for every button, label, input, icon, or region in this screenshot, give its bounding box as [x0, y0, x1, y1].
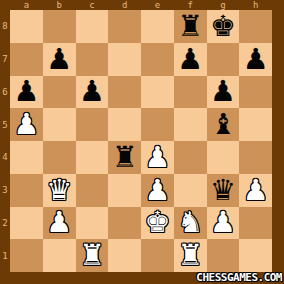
rank-label-2: 2 — [0, 207, 10, 240]
black-king: ♚ — [210, 12, 236, 41]
square-a1[interactable] — [10, 239, 43, 272]
square-e8[interactable] — [141, 10, 174, 43]
square-c6[interactable]: ♟ — [76, 76, 109, 109]
white-pawn: ♟ — [144, 176, 170, 205]
square-g7[interactable] — [207, 43, 240, 76]
square-e7[interactable] — [141, 43, 174, 76]
black-pawn: ♟ — [210, 77, 236, 106]
square-f4[interactable] — [174, 141, 207, 174]
square-c1[interactable]: ♜ — [76, 239, 109, 272]
file-label-c: c — [76, 0, 109, 10]
white-king: ♚ — [144, 208, 170, 237]
square-a7[interactable] — [10, 43, 43, 76]
square-e5[interactable] — [141, 108, 174, 141]
square-g4[interactable] — [207, 141, 240, 174]
square-g8[interactable]: ♚ — [207, 10, 240, 43]
rank-label-6: 6 — [0, 76, 10, 109]
square-a5[interactable]: ♟ — [10, 108, 43, 141]
white-pawn: ♟ — [46, 208, 72, 237]
white-pawn: ♟ — [243, 176, 269, 205]
square-h7[interactable]: ♟ — [239, 43, 272, 76]
square-d8[interactable] — [108, 10, 141, 43]
black-pawn: ♟ — [46, 45, 72, 74]
square-e4[interactable]: ♟ — [141, 141, 174, 174]
square-d6[interactable] — [108, 76, 141, 109]
square-h5[interactable] — [239, 108, 272, 141]
rank-label-3: 3 — [0, 174, 10, 207]
rank-label-8: 8 — [0, 10, 10, 43]
white-pawn: ♟ — [13, 110, 39, 139]
square-b5[interactable] — [43, 108, 76, 141]
square-c3[interactable] — [76, 174, 109, 207]
white-pawn: ♟ — [210, 208, 236, 237]
file-label-b: b — [43, 0, 76, 10]
square-f6[interactable] — [174, 76, 207, 109]
white-knight: ♞ — [177, 208, 203, 237]
square-d2[interactable] — [108, 207, 141, 240]
square-a6[interactable]: ♟ — [10, 76, 43, 109]
square-d4[interactable]: ♜ — [108, 141, 141, 174]
square-e3[interactable]: ♟ — [141, 174, 174, 207]
white-rook: ♜ — [79, 241, 105, 270]
black-rook: ♜ — [177, 12, 203, 41]
square-c2[interactable] — [76, 207, 109, 240]
black-pawn: ♟ — [79, 77, 105, 106]
square-d5[interactable] — [108, 108, 141, 141]
square-e1[interactable] — [141, 239, 174, 272]
rank-labels: 87654321 — [0, 10, 10, 272]
square-d1[interactable] — [108, 239, 141, 272]
white-pawn: ♟ — [144, 143, 170, 172]
square-a3[interactable] — [10, 174, 43, 207]
square-f7[interactable]: ♟ — [174, 43, 207, 76]
square-b4[interactable] — [43, 141, 76, 174]
square-a4[interactable] — [10, 141, 43, 174]
square-d7[interactable] — [108, 43, 141, 76]
rank-label-5: 5 — [0, 108, 10, 141]
square-b8[interactable] — [43, 10, 76, 43]
file-label-e: e — [141, 0, 174, 10]
square-h6[interactable] — [239, 76, 272, 109]
square-e6[interactable] — [141, 76, 174, 109]
chessboard-frame: abcdefgh 87654321 ♜♚♟♟♟♟♟♟♟♝♜♟♛♟♛♟♟♚♞♟♜♜… — [0, 0, 284, 284]
square-c7[interactable] — [76, 43, 109, 76]
square-b6[interactable] — [43, 76, 76, 109]
square-g2[interactable]: ♟ — [207, 207, 240, 240]
square-b3[interactable]: ♛ — [43, 174, 76, 207]
square-e2[interactable]: ♚ — [141, 207, 174, 240]
square-f5[interactable] — [174, 108, 207, 141]
square-a8[interactable] — [10, 10, 43, 43]
file-label-a: a — [10, 0, 43, 10]
square-g6[interactable]: ♟ — [207, 76, 240, 109]
file-label-d: d — [108, 0, 141, 10]
black-rook: ♜ — [112, 143, 138, 172]
white-rook: ♜ — [177, 241, 203, 270]
black-pawn: ♟ — [13, 77, 39, 106]
square-b2[interactable]: ♟ — [43, 207, 76, 240]
black-queen: ♛ — [210, 176, 236, 205]
square-f8[interactable]: ♜ — [174, 10, 207, 43]
site-credit: CHESSGAMES.COM — [196, 272, 282, 284]
rank-label-7: 7 — [0, 43, 10, 76]
square-f2[interactable]: ♞ — [174, 207, 207, 240]
black-pawn: ♟ — [177, 45, 203, 74]
black-pawn: ♟ — [243, 45, 269, 74]
square-g5[interactable]: ♝ — [207, 108, 240, 141]
square-g3[interactable]: ♛ — [207, 174, 240, 207]
square-a2[interactable] — [10, 207, 43, 240]
square-d3[interactable] — [108, 174, 141, 207]
square-c4[interactable] — [76, 141, 109, 174]
black-bishop: ♝ — [210, 110, 236, 139]
rank-label-1: 1 — [0, 239, 10, 272]
square-h4[interactable] — [239, 141, 272, 174]
square-h2[interactable] — [239, 207, 272, 240]
white-queen: ♛ — [46, 176, 72, 205]
rank-label-4: 4 — [0, 141, 10, 174]
square-h3[interactable]: ♟ — [239, 174, 272, 207]
square-c5[interactable] — [76, 108, 109, 141]
square-g1[interactable] — [207, 239, 240, 272]
square-h8[interactable] — [239, 10, 272, 43]
square-b7[interactable]: ♟ — [43, 43, 76, 76]
square-h1[interactable] — [239, 239, 272, 272]
square-f3[interactable] — [174, 174, 207, 207]
square-b1[interactable] — [43, 239, 76, 272]
square-c8[interactable] — [76, 10, 109, 43]
file-label-h: h — [239, 0, 272, 10]
square-f1[interactable]: ♜ — [174, 239, 207, 272]
chess-board: ♜♚♟♟♟♟♟♟♟♝♜♟♛♟♛♟♟♚♞♟♜♜ — [10, 10, 272, 272]
